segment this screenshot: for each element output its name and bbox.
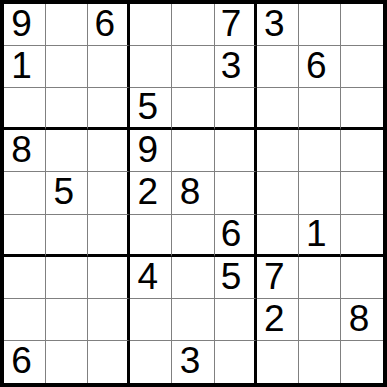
- given-digit: 1: [11, 47, 32, 84]
- sudoku-cell[interactable]: [172, 299, 214, 341]
- sudoku-cell[interactable]: 8: [4, 130, 46, 172]
- given-digit: 9: [11, 5, 32, 42]
- sudoku-cell[interactable]: [299, 88, 341, 130]
- given-digit: 5: [221, 258, 242, 295]
- given-digit: 6: [306, 47, 327, 84]
- given-digit: 2: [264, 300, 285, 337]
- sudoku-cell[interactable]: [130, 215, 172, 257]
- sudoku-cell[interactable]: 1: [299, 215, 341, 257]
- given-digit: 3: [180, 342, 201, 379]
- sudoku-cell[interactable]: [341, 215, 383, 257]
- sudoku-cell[interactable]: [88, 215, 130, 257]
- sudoku-cell[interactable]: 5: [130, 88, 172, 130]
- sudoku-cell[interactable]: [46, 4, 88, 46]
- sudoku-cell[interactable]: 6: [299, 46, 341, 88]
- sudoku-cell[interactable]: [257, 88, 299, 130]
- given-digit: 4: [138, 258, 159, 295]
- given-digit: 3: [221, 47, 242, 84]
- sudoku-cell[interactable]: [215, 130, 257, 172]
- sudoku-cell[interactable]: [215, 341, 257, 383]
- sudoku-cell[interactable]: [88, 172, 130, 214]
- given-digit: 1: [306, 215, 327, 252]
- sudoku-cell[interactable]: 5: [215, 257, 257, 299]
- given-digit: 5: [53, 173, 74, 210]
- sudoku-cell[interactable]: [257, 172, 299, 214]
- sudoku-cell[interactable]: 8: [341, 299, 383, 341]
- sudoku-cell[interactable]: [215, 172, 257, 214]
- sudoku-cell[interactable]: [257, 341, 299, 383]
- sudoku-cell[interactable]: 2: [257, 299, 299, 341]
- sudoku-cell[interactable]: [299, 130, 341, 172]
- sudoku-cell[interactable]: 3: [172, 341, 214, 383]
- sudoku-cell[interactable]: [46, 46, 88, 88]
- sudoku-cell[interactable]: [172, 130, 214, 172]
- sudoku-cell[interactable]: [46, 299, 88, 341]
- given-digit: 3: [264, 5, 285, 42]
- sudoku-cell[interactable]: [46, 257, 88, 299]
- sudoku-cell[interactable]: [88, 257, 130, 299]
- sudoku-cell[interactable]: [172, 257, 214, 299]
- sudoku-cell[interactable]: [341, 257, 383, 299]
- sudoku-cell[interactable]: [299, 341, 341, 383]
- sudoku-cell[interactable]: [46, 215, 88, 257]
- given-digit: 2: [138, 173, 159, 210]
- sudoku-cell[interactable]: 7: [257, 257, 299, 299]
- sudoku-cell[interactable]: 5: [46, 172, 88, 214]
- sudoku-cell[interactable]: [130, 299, 172, 341]
- sudoku-cell[interactable]: 7: [215, 4, 257, 46]
- given-digit: 7: [264, 258, 285, 295]
- sudoku-cell[interactable]: 8: [172, 172, 214, 214]
- given-digit: 8: [11, 131, 32, 168]
- sudoku-cell[interactable]: 6: [215, 215, 257, 257]
- sudoku-cell[interactable]: [4, 299, 46, 341]
- sudoku-cell[interactable]: [46, 341, 88, 383]
- sudoku-cell[interactable]: 3: [215, 46, 257, 88]
- sudoku-cell[interactable]: [172, 46, 214, 88]
- sudoku-cell[interactable]: [172, 88, 214, 130]
- sudoku-cell[interactable]: [46, 130, 88, 172]
- sudoku-cell[interactable]: [341, 341, 383, 383]
- sudoku-cell[interactable]: [130, 4, 172, 46]
- sudoku-cell[interactable]: 2: [130, 172, 172, 214]
- sudoku-cell[interactable]: [299, 172, 341, 214]
- sudoku-cell[interactable]: [88, 130, 130, 172]
- sudoku-cell[interactable]: 3: [257, 4, 299, 46]
- sudoku-puzzle: 9673136589528614572863: [0, 0, 387, 387]
- given-digit: 6: [94, 5, 115, 42]
- sudoku-cell[interactable]: [299, 257, 341, 299]
- sudoku-cell[interactable]: [88, 341, 130, 383]
- given-digit: 5: [138, 88, 159, 125]
- sudoku-cell[interactable]: 4: [130, 257, 172, 299]
- sudoku-cell[interactable]: [172, 215, 214, 257]
- sudoku-cell[interactable]: [4, 257, 46, 299]
- given-digit: 6: [11, 342, 32, 379]
- sudoku-cell[interactable]: [46, 88, 88, 130]
- given-digit: 6: [221, 215, 242, 252]
- sudoku-cell[interactable]: [88, 299, 130, 341]
- sudoku-cell[interactable]: [4, 88, 46, 130]
- sudoku-cell[interactable]: [130, 341, 172, 383]
- sudoku-cell[interactable]: [88, 88, 130, 130]
- sudoku-cell[interactable]: [4, 215, 46, 257]
- sudoku-cell[interactable]: [215, 88, 257, 130]
- sudoku-cell[interactable]: [299, 299, 341, 341]
- sudoku-cell[interactable]: [257, 130, 299, 172]
- given-digit: 9: [138, 131, 159, 168]
- given-digit: 8: [349, 300, 370, 337]
- sudoku-cell[interactable]: [299, 4, 341, 46]
- sudoku-cell[interactable]: 9: [130, 130, 172, 172]
- sudoku-board: 9673136589528614572863: [0, 0, 387, 387]
- sudoku-cell[interactable]: [341, 4, 383, 46]
- sudoku-cell[interactable]: [172, 4, 214, 46]
- sudoku-cell[interactable]: [341, 46, 383, 88]
- sudoku-cell[interactable]: [257, 46, 299, 88]
- sudoku-cell[interactable]: [257, 215, 299, 257]
- given-digit: 8: [180, 173, 201, 210]
- sudoku-cell[interactable]: 6: [88, 4, 130, 46]
- sudoku-cell[interactable]: 1: [4, 46, 46, 88]
- sudoku-cell[interactable]: [215, 299, 257, 341]
- sudoku-cell[interactable]: [88, 46, 130, 88]
- sudoku-cell[interactable]: [4, 172, 46, 214]
- sudoku-cell[interactable]: [341, 88, 383, 130]
- sudoku-cell[interactable]: [341, 172, 383, 214]
- sudoku-cell[interactable]: [341, 130, 383, 172]
- sudoku-cell[interactable]: 9: [4, 4, 46, 46]
- sudoku-cell[interactable]: 6: [4, 341, 46, 383]
- sudoku-cell[interactable]: [130, 46, 172, 88]
- given-digit: 7: [221, 5, 242, 42]
